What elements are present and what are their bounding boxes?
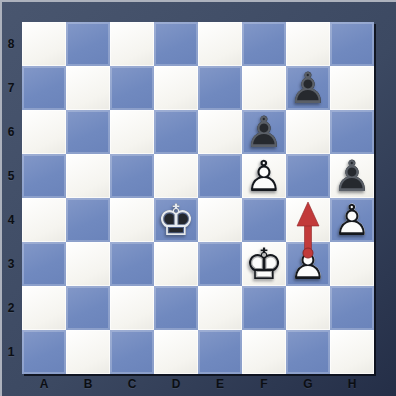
square-a4[interactable] <box>22 198 66 242</box>
rank-label-7: 7 <box>0 66 22 110</box>
file-label-a: A <box>22 374 66 396</box>
square-g6[interactable] <box>286 110 330 154</box>
square-d8[interactable] <box>154 22 198 66</box>
square-h3[interactable] <box>330 242 374 286</box>
square-h6[interactable] <box>330 110 374 154</box>
square-e3[interactable] <box>198 242 242 286</box>
rank-label-1: 1 <box>0 330 22 374</box>
square-f1[interactable] <box>242 330 286 374</box>
square-d2[interactable] <box>154 286 198 330</box>
square-e1[interactable] <box>198 330 242 374</box>
chess-board-frame: ♟♙♟♙♟♙♚♔♟♙♟♙♟♙♚♔ 87654321 ABCDEFGH <box>0 0 396 396</box>
square-a8[interactable] <box>22 22 66 66</box>
square-g4[interactable] <box>286 198 330 242</box>
black-pawn-glyph-outline: ♙ <box>286 66 330 110</box>
file-label-d: D <box>154 374 198 396</box>
black-pawn-glyph-fill: ♟ <box>330 154 374 198</box>
black-pawn-glyph-outline: ♙ <box>242 110 286 154</box>
piece-black-pawn-f6[interactable]: ♟♙ <box>242 110 286 154</box>
square-g5[interactable] <box>286 154 330 198</box>
white-pawn-glyph-fill: ♟ <box>242 154 286 198</box>
square-f4[interactable] <box>242 198 286 242</box>
rank-label-2: 2 <box>0 286 22 330</box>
file-label-g: G <box>286 374 330 396</box>
file-label-b: B <box>66 374 110 396</box>
square-d3[interactable] <box>154 242 198 286</box>
piece-black-pawn-g7[interactable]: ♟♙ <box>286 66 330 110</box>
square-d6[interactable] <box>154 110 198 154</box>
square-c6[interactable] <box>110 110 154 154</box>
black-king-glyph-fill: ♚ <box>154 198 198 242</box>
rank-label-4: 4 <box>0 198 22 242</box>
piece-white-pawn-g3[interactable]: ♟♙ <box>286 242 330 286</box>
white-pawn-glyph-outline: ♙ <box>330 198 374 242</box>
square-e8[interactable] <box>198 22 242 66</box>
square-c1[interactable] <box>110 330 154 374</box>
piece-white-pawn-h4[interactable]: ♟♙ <box>330 198 374 242</box>
square-c8[interactable] <box>110 22 154 66</box>
square-h1[interactable] <box>330 330 374 374</box>
square-g2[interactable] <box>286 286 330 330</box>
rank-label-5: 5 <box>0 154 22 198</box>
rank-label-6: 6 <box>0 110 22 154</box>
black-pawn-glyph-fill: ♟ <box>242 110 286 154</box>
square-f2[interactable] <box>242 286 286 330</box>
square-c3[interactable] <box>110 242 154 286</box>
square-f8[interactable] <box>242 22 286 66</box>
square-g1[interactable] <box>286 330 330 374</box>
white-pawn-glyph-fill: ♟ <box>330 198 374 242</box>
square-g8[interactable] <box>286 22 330 66</box>
file-label-c: C <box>110 374 154 396</box>
square-d1[interactable] <box>154 330 198 374</box>
square-h8[interactable] <box>330 22 374 66</box>
black-pawn-glyph-fill: ♟ <box>286 66 330 110</box>
square-a1[interactable] <box>22 330 66 374</box>
board: ♟♙♟♙♟♙♚♔♟♙♟♙♟♙♚♔ <box>22 22 374 374</box>
square-a3[interactable] <box>22 242 66 286</box>
white-pawn-glyph-fill: ♟ <box>286 242 330 286</box>
square-a6[interactable] <box>22 110 66 154</box>
square-f7[interactable] <box>242 66 286 110</box>
white-pawn-glyph-outline: ♙ <box>242 154 286 198</box>
square-e7[interactable] <box>198 66 242 110</box>
white-king-glyph-fill: ♚ <box>242 242 286 286</box>
square-b7[interactable] <box>66 66 110 110</box>
square-b3[interactable] <box>66 242 110 286</box>
square-b4[interactable] <box>66 198 110 242</box>
file-label-f: F <box>242 374 286 396</box>
piece-black-king-d4[interactable]: ♚♔ <box>154 198 198 242</box>
square-b8[interactable] <box>66 22 110 66</box>
piece-white-king-f3[interactable]: ♚♔ <box>242 242 286 286</box>
square-a7[interactable] <box>22 66 66 110</box>
square-c2[interactable] <box>110 286 154 330</box>
square-e4[interactable] <box>198 198 242 242</box>
white-king-glyph-outline: ♔ <box>242 242 286 286</box>
rank-label-8: 8 <box>0 22 22 66</box>
square-b1[interactable] <box>66 330 110 374</box>
square-h7[interactable] <box>330 66 374 110</box>
square-c4[interactable] <box>110 198 154 242</box>
square-c7[interactable] <box>110 66 154 110</box>
square-e2[interactable] <box>198 286 242 330</box>
square-d5[interactable] <box>154 154 198 198</box>
piece-black-pawn-h5[interactable]: ♟♙ <box>330 154 374 198</box>
square-b5[interactable] <box>66 154 110 198</box>
square-a2[interactable] <box>22 286 66 330</box>
square-h2[interactable] <box>330 286 374 330</box>
black-king-glyph-outline: ♔ <box>154 198 198 242</box>
square-a5[interactable] <box>22 154 66 198</box>
square-e6[interactable] <box>198 110 242 154</box>
piece-white-pawn-f5[interactable]: ♟♙ <box>242 154 286 198</box>
white-pawn-glyph-outline: ♙ <box>286 242 330 286</box>
file-label-h: H <box>330 374 374 396</box>
square-c5[interactable] <box>110 154 154 198</box>
square-b6[interactable] <box>66 110 110 154</box>
rank-label-3: 3 <box>0 242 22 286</box>
file-label-e: E <box>198 374 242 396</box>
square-b2[interactable] <box>66 286 110 330</box>
black-pawn-glyph-outline: ♙ <box>330 154 374 198</box>
square-d7[interactable] <box>154 66 198 110</box>
square-e5[interactable] <box>198 154 242 198</box>
